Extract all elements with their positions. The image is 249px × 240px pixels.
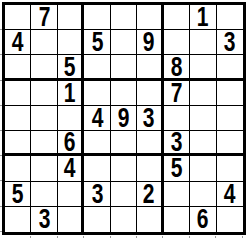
cell-r4c2[interactable] — [31, 81, 57, 106]
given-digit: 5 — [12, 182, 24, 207]
cell-r7c9[interactable] — [217, 156, 243, 181]
cell-r2c7[interactable] — [164, 30, 190, 55]
given-digit: 5 — [171, 156, 183, 181]
given-digit: 9 — [143, 30, 155, 55]
cell-r8c5[interactable] — [111, 182, 137, 207]
given-digit: 5 — [91, 30, 103, 55]
cell-r1c3[interactable] — [58, 5, 84, 30]
cell-r6c3[interactable]: 6 — [58, 131, 84, 156]
cell-r2c3[interactable] — [58, 30, 84, 55]
cell-r7c3[interactable]: 4 — [58, 156, 84, 181]
cell-r1c2[interactable]: 7 — [31, 5, 57, 30]
cell-r7c5[interactable] — [111, 156, 137, 181]
cell-r9c8[interactable]: 6 — [190, 207, 216, 232]
given-digit: 7 — [38, 5, 50, 30]
given-digit: 3 — [38, 207, 50, 232]
cell-r9c5[interactable] — [111, 207, 137, 232]
cell-r6c7[interactable]: 3 — [164, 131, 190, 156]
cell-r5c5[interactable]: 9 — [111, 106, 137, 131]
cell-r8c2[interactable] — [31, 182, 57, 207]
given-digit: 3 — [143, 106, 155, 131]
given-digit: 3 — [224, 30, 236, 55]
cell-r6c6[interactable] — [137, 131, 163, 156]
given-digit: 6 — [64, 131, 76, 156]
cell-r4c6[interactable] — [137, 81, 163, 106]
cell-r4c8[interactable] — [190, 81, 216, 106]
given-digit: 3 — [171, 131, 183, 156]
cell-r1c8[interactable]: 1 — [190, 5, 216, 30]
cell-r8c4[interactable]: 3 — [84, 182, 110, 207]
cell-r2c5[interactable] — [111, 30, 137, 55]
cell-r1c5[interactable] — [111, 5, 137, 30]
cell-r5c9[interactable] — [217, 106, 243, 131]
cell-r9c1[interactable] — [5, 207, 31, 232]
cell-r3c6[interactable] — [137, 55, 163, 80]
cell-r6c8[interactable] — [190, 131, 216, 156]
cell-r7c7[interactable]: 5 — [164, 156, 190, 181]
cell-r4c4[interactable] — [84, 81, 110, 106]
cell-r3c5[interactable] — [111, 55, 137, 80]
cell-r8c6[interactable]: 2 — [137, 182, 163, 207]
cell-r9c2[interactable]: 3 — [31, 207, 57, 232]
cell-r9c7[interactable] — [164, 207, 190, 232]
given-digit: 4 — [12, 30, 24, 55]
cell-r8c1[interactable]: 5 — [5, 182, 31, 207]
bottom-margin-ticks — [5, 236, 243, 238]
cell-r2c2[interactable] — [31, 30, 57, 55]
cell-r2c8[interactable] — [190, 30, 216, 55]
cell-r1c1[interactable] — [5, 5, 31, 30]
cell-r2c6[interactable]: 9 — [137, 30, 163, 55]
cell-r6c2[interactable] — [31, 131, 57, 156]
given-digit: 9 — [118, 106, 130, 131]
given-digit: 1 — [197, 5, 209, 30]
cell-r9c9[interactable] — [217, 207, 243, 232]
cell-r4c9[interactable] — [217, 81, 243, 106]
given-digit: 1 — [64, 81, 76, 106]
cell-r4c3[interactable]: 1 — [58, 81, 84, 106]
cell-r8c8[interactable] — [190, 182, 216, 207]
cell-r3c9[interactable] — [217, 55, 243, 80]
given-digit: 4 — [64, 156, 76, 181]
cell-r1c7[interactable] — [164, 5, 190, 30]
cell-r3c8[interactable] — [190, 55, 216, 80]
cell-r5c1[interactable] — [5, 106, 31, 131]
cell-r3c7[interactable]: 8 — [164, 55, 190, 80]
cell-r7c6[interactable] — [137, 156, 163, 181]
cell-r4c7[interactable]: 7 — [164, 81, 190, 106]
cell-r5c8[interactable] — [190, 106, 216, 131]
cell-r3c4[interactable] — [84, 55, 110, 80]
given-digit: 4 — [91, 106, 103, 131]
cell-r6c1[interactable] — [5, 131, 31, 156]
cell-r6c5[interactable] — [111, 131, 137, 156]
cell-r9c3[interactable] — [58, 207, 84, 232]
given-digit: 2 — [143, 182, 155, 207]
sudoku-board: 71459358174936345532436 — [2, 2, 246, 235]
cell-r5c7[interactable] — [164, 106, 190, 131]
cell-r4c5[interactable] — [111, 81, 137, 106]
given-digit: 4 — [224, 182, 236, 207]
given-digit: 7 — [171, 81, 183, 106]
cell-r4c1[interactable] — [5, 81, 31, 106]
cell-r7c2[interactable] — [31, 156, 57, 181]
cell-r5c6[interactable]: 3 — [137, 106, 163, 131]
given-digit: 3 — [91, 182, 103, 207]
cell-r9c4[interactable] — [84, 207, 110, 232]
cell-r9c6[interactable] — [137, 207, 163, 232]
given-digit: 8 — [171, 55, 183, 80]
cell-r7c1[interactable] — [5, 156, 31, 181]
cell-r6c4[interactable] — [84, 131, 110, 156]
sudoku-puzzle-screenshot: 71459358174936345532436 — [0, 0, 249, 240]
cell-r5c2[interactable] — [31, 106, 57, 131]
cell-r1c6[interactable] — [137, 5, 163, 30]
cell-r3c2[interactable] — [31, 55, 57, 80]
cell-r5c3[interactable] — [58, 106, 84, 131]
cell-r5c4[interactable]: 4 — [84, 106, 110, 131]
cell-r2c9[interactable]: 3 — [217, 30, 243, 55]
cell-r3c1[interactable] — [5, 55, 31, 80]
given-digit: 6 — [197, 207, 209, 232]
cell-r8c9[interactable]: 4 — [217, 182, 243, 207]
cell-r8c3[interactable] — [58, 182, 84, 207]
cell-r8c7[interactable] — [164, 182, 190, 207]
cell-r3c3[interactable]: 5 — [58, 55, 84, 80]
cell-r1c4[interactable] — [84, 5, 110, 30]
given-digit: 5 — [64, 55, 76, 80]
cell-r7c8[interactable] — [190, 156, 216, 181]
cell-r7c4[interactable] — [84, 156, 110, 181]
cell-r1c9[interactable] — [217, 5, 243, 30]
cell-r6c9[interactable] — [217, 131, 243, 156]
cell-r2c4[interactable]: 5 — [84, 30, 110, 55]
cell-r2c1[interactable]: 4 — [5, 30, 31, 55]
